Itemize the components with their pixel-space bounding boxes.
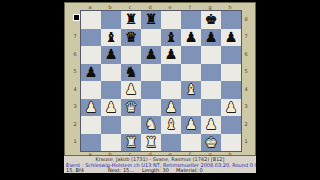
chess-app-window: abcdefgh 87654321 ♜♜♚♝♛♝♟♟♟♟♟♟♟♞♟♝♟♟♛♟♟♞…	[64, 0, 256, 180]
square-a2	[81, 116, 101, 134]
square-d4	[141, 81, 161, 99]
rank-label-1: 1	[242, 133, 250, 151]
square-c7: ♛	[121, 29, 141, 47]
game-info-panel: Krause, Jakob (1731) - Svane, Rasmus (17…	[64, 156, 256, 173]
square-a7	[81, 29, 101, 47]
white-pawn-g2: ♟	[205, 116, 218, 134]
players-line: Krause, Jakob (1731) - Svane, Rasmus (17…	[64, 157, 256, 162]
white-pawn-h3: ♟	[225, 99, 238, 117]
square-b1	[101, 134, 121, 152]
current-move: 15. Bf4	[66, 168, 84, 173]
white-rook-c1: ♜	[125, 134, 138, 152]
black-bishop-e7: ♝	[165, 29, 178, 47]
white-pawn-b3: ♟	[105, 99, 118, 117]
black-queen-c7: ♛	[125, 29, 138, 47]
rank-label-5: 5	[71, 63, 79, 81]
rank-label-4: 4	[242, 80, 250, 98]
black-pawn-e6: ♟	[165, 46, 178, 64]
rank-label-2: 2	[242, 115, 250, 133]
black-pawn-g7: ♟	[205, 29, 218, 47]
square-d7	[141, 29, 161, 47]
square-e8	[161, 11, 181, 29]
video-frame: abcdefgh 87654321 ♜♜♚♝♛♝♟♟♟♟♟♟♟♞♟♝♟♟♛♟♟♞…	[0, 0, 320, 180]
square-f3	[181, 99, 201, 117]
rank-label-5: 5	[242, 63, 250, 81]
rank-label-7: 7	[71, 28, 79, 46]
square-c6	[121, 46, 141, 64]
white-pawn-f2: ♟	[185, 116, 198, 134]
square-f6	[181, 46, 201, 64]
square-b5	[101, 64, 121, 82]
rank-label-1: 1	[71, 133, 79, 151]
black-bishop-b7: ♝	[105, 29, 118, 47]
board-frame: abcdefgh 87654321 ♜♜♚♝♛♝♟♟♟♟♟♟♟♞♟♝♟♟♛♟♟♞…	[64, 2, 256, 156]
material-balance: Material: 0	[176, 168, 203, 173]
square-h7: ♟	[221, 29, 241, 47]
game-length: Length: 30	[142, 168, 169, 173]
black-rook-c8: ♜	[125, 11, 138, 29]
white-bishop-e2: ♝	[165, 116, 178, 134]
square-d8: ♜	[141, 11, 161, 29]
rank-label-7: 7	[242, 28, 250, 46]
white-king-g1: ♚	[205, 134, 218, 152]
square-g2: ♟	[201, 116, 221, 134]
white-pawn-a3: ♟	[85, 99, 98, 117]
square-a5: ♟	[81, 64, 101, 82]
square-f4: ♝	[181, 81, 201, 99]
square-c4: ♟	[121, 81, 141, 99]
next-move: Next: 15...	[108, 168, 134, 173]
square-h2	[221, 116, 241, 134]
square-h5	[221, 64, 241, 82]
black-pawn-a5: ♟	[85, 64, 98, 82]
square-e5	[161, 64, 181, 82]
square-h1	[221, 134, 241, 152]
square-b6: ♟	[101, 46, 121, 64]
square-e7: ♝	[161, 29, 181, 47]
rank-label-3: 3	[71, 98, 79, 116]
square-e4	[161, 81, 181, 99]
square-c3: ♛	[121, 99, 141, 117]
square-b2	[101, 116, 121, 134]
square-f5	[181, 64, 201, 82]
square-g6	[201, 46, 221, 64]
square-a8	[81, 11, 101, 29]
square-e2: ♝	[161, 116, 181, 134]
square-g8: ♚	[201, 11, 221, 29]
square-h6	[221, 46, 241, 64]
square-e3: ♟	[161, 99, 181, 117]
square-c1: ♜	[121, 134, 141, 152]
rank-label-6: 6	[71, 45, 79, 63]
square-g3	[201, 99, 221, 117]
square-a1	[81, 134, 101, 152]
square-d2: ♞	[141, 116, 161, 134]
square-d6: ♟	[141, 46, 161, 64]
black-pawn-d6: ♟	[145, 46, 158, 64]
square-a3: ♟	[81, 99, 101, 117]
rank-label-4: 4	[71, 80, 79, 98]
white-rook-d1: ♜	[145, 134, 158, 152]
black-knight-c5: ♞	[125, 64, 138, 82]
square-e1	[161, 134, 181, 152]
square-g4	[201, 81, 221, 99]
square-a4	[81, 81, 101, 99]
white-bishop-f4: ♝	[185, 81, 198, 99]
black-to-move-indicator	[73, 14, 80, 21]
square-g7: ♟	[201, 29, 221, 47]
square-b8	[101, 11, 121, 29]
black-king-g8: ♚	[205, 11, 218, 29]
square-b7: ♝	[101, 29, 121, 47]
square-g1: ♚	[201, 134, 221, 152]
rank-label-8: 8	[242, 10, 250, 28]
square-c2	[121, 116, 141, 134]
black-pawn-h7: ♟	[225, 29, 238, 47]
rank-label-3: 3	[242, 98, 250, 116]
square-g5	[201, 64, 221, 82]
square-h4	[221, 81, 241, 99]
square-d1: ♜	[141, 134, 161, 152]
chess-board: ♜♜♚♝♛♝♟♟♟♟♟♟♟♞♟♝♟♟♛♟♟♞♝♟♟♜♜♚	[80, 10, 242, 152]
rank-label-2: 2	[71, 115, 79, 133]
square-f1	[181, 134, 201, 152]
square-b3: ♟	[101, 99, 121, 117]
black-pawn-f7: ♟	[185, 29, 198, 47]
square-b4	[101, 81, 121, 99]
rank-labels-left: 87654321	[71, 10, 79, 150]
square-a6	[81, 46, 101, 64]
rank-labels-right: 87654321	[242, 10, 250, 150]
square-d5	[141, 64, 161, 82]
black-pawn-b6: ♟	[105, 46, 118, 64]
black-rook-d8: ♜	[145, 11, 158, 29]
white-knight-d2: ♞	[145, 116, 158, 134]
square-h3: ♟	[221, 99, 241, 117]
square-f2: ♟	[181, 116, 201, 134]
white-pawn-e3: ♟	[165, 99, 178, 117]
square-c5: ♞	[121, 64, 141, 82]
white-pawn-c4: ♟	[125, 81, 138, 99]
square-e6: ♟	[161, 46, 181, 64]
square-d3	[141, 99, 161, 117]
square-f8	[181, 11, 201, 29]
square-f7: ♟	[181, 29, 201, 47]
white-queen-c3: ♛	[125, 99, 138, 117]
rank-label-6: 6	[242, 45, 250, 63]
square-c8: ♜	[121, 11, 141, 29]
square-h8	[221, 11, 241, 29]
